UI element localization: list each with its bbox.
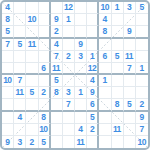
cell-r11c11[interactable] xyxy=(124,124,136,136)
cell-r10c2[interactable]: 4 xyxy=(14,112,26,124)
cell-r3c12[interactable] xyxy=(136,26,148,38)
cell-r8c4[interactable]: 2 xyxy=(39,87,51,99)
cell-r10c4[interactable]: 8 xyxy=(39,112,51,124)
cell-r12c11[interactable] xyxy=(124,136,136,148)
cell-r10c10[interactable] xyxy=(112,112,124,124)
cell-r7c1[interactable]: 10 xyxy=(2,75,14,87)
cell-r12c8[interactable] xyxy=(87,136,99,148)
cell-r6c1[interactable] xyxy=(2,63,14,75)
cell-r12c12[interactable]: 10 xyxy=(136,136,148,148)
cell-r9c7[interactable] xyxy=(75,99,87,111)
cell-r7c3[interactable] xyxy=(26,75,38,87)
cell-r8c1[interactable] xyxy=(2,87,14,99)
cell-r10c11[interactable] xyxy=(124,112,136,124)
cell-r5c4[interactable] xyxy=(39,51,51,63)
cell-r3c5[interactable]: 2 xyxy=(51,26,63,38)
cell-r11c7[interactable]: 4 xyxy=(75,124,87,136)
cell-r10c1[interactable] xyxy=(2,112,14,124)
cell-r8c6[interactable]: 3 xyxy=(63,87,75,99)
cell-r6c7[interactable] xyxy=(75,63,87,75)
cell-r10c5[interactable] xyxy=(51,112,63,124)
cell-r3c11[interactable]: 9 xyxy=(124,26,136,38)
cell-r2c1[interactable]: 8 xyxy=(2,14,14,26)
cell-r11c6[interactable] xyxy=(63,124,75,136)
cell-r11c5[interactable] xyxy=(51,124,63,136)
cell-r6c9[interactable] xyxy=(99,63,111,75)
cell-r4c7[interactable]: 9 xyxy=(75,39,87,51)
cell-r4c3[interactable]: 11 xyxy=(26,39,38,51)
cell-r3c10[interactable] xyxy=(112,26,124,38)
cell-r3c3[interactable] xyxy=(26,26,38,38)
cell-r6c4[interactable]: 6 xyxy=(39,63,51,75)
cell-r4c11[interactable] xyxy=(124,39,136,51)
cell-r9c10[interactable]: 8 xyxy=(112,99,124,111)
cell-r5c7[interactable]: 3 xyxy=(75,51,87,63)
cell-r6c2[interactable] xyxy=(14,63,26,75)
cell-r5c11[interactable]: 11 xyxy=(124,51,136,63)
cell-r9c3[interactable] xyxy=(26,99,38,111)
cell-r7c11[interactable] xyxy=(124,75,136,87)
cell-r9c9[interactable] xyxy=(99,99,111,111)
cell-r2c9[interactable]: 4 xyxy=(99,14,111,26)
cell-r7c5[interactable]: 5 xyxy=(51,75,63,87)
cell-r10c9[interactable] xyxy=(99,112,111,124)
cell-r8c12[interactable] xyxy=(136,87,148,99)
cell-r5c1[interactable] xyxy=(2,51,14,63)
cell-r3c9[interactable]: 8 xyxy=(99,26,111,38)
cell-r11c2[interactable] xyxy=(14,124,26,136)
cell-r12c5[interactable] xyxy=(51,136,63,148)
cell-r3c8[interactable] xyxy=(87,26,99,38)
cell-r4c5[interactable]: 4 xyxy=(51,39,63,51)
cell-r5c9[interactable]: 6 xyxy=(99,51,111,63)
cell-r12c7[interactable]: 11 xyxy=(75,136,87,148)
cell-r8c7[interactable]: 1 xyxy=(75,87,87,99)
cell-r4c2[interactable]: 5 xyxy=(14,39,26,51)
cell-r9c5[interactable] xyxy=(51,99,63,111)
cell-r1c7[interactable] xyxy=(75,2,87,14)
cell-r5c10[interactable]: 5 xyxy=(112,51,124,63)
cell-r6c12[interactable]: 1 xyxy=(136,63,148,75)
cell-r6c8[interactable]: 12 xyxy=(87,63,99,75)
cell-r10c12[interactable]: 9 xyxy=(136,112,148,124)
cell-r11c1[interactable] xyxy=(2,124,14,136)
cell-r12c4[interactable]: 5 xyxy=(39,136,51,148)
cell-r7c8[interactable]: 4 xyxy=(87,75,99,87)
cell-r7c10[interactable] xyxy=(112,75,124,87)
cell-r10c6[interactable] xyxy=(63,112,75,124)
cell-r3c6[interactable] xyxy=(63,26,75,38)
cell-r7c9[interactable]: 1 xyxy=(99,75,111,87)
cell-r7c2[interactable]: 7 xyxy=(14,75,26,87)
cell-r9c8[interactable]: 6 xyxy=(87,99,99,111)
cell-r5c2[interactable] xyxy=(14,51,26,63)
cell-r1c2[interactable] xyxy=(14,2,26,14)
cell-r12c3[interactable]: 2 xyxy=(26,136,38,148)
cell-r8c2[interactable]: 11 xyxy=(14,87,26,99)
cell-r12c1[interactable]: 9 xyxy=(2,136,14,148)
cell-r8c8[interactable]: 9 xyxy=(87,87,99,99)
cell-r7c7[interactable] xyxy=(75,75,87,87)
cell-r1c10[interactable]: 1 xyxy=(112,2,124,14)
cell-r1c5[interactable] xyxy=(51,2,63,14)
cell-r6c3[interactable] xyxy=(26,63,38,75)
cell-r2c10[interactable] xyxy=(112,14,124,26)
cell-r7c12[interactable] xyxy=(136,75,148,87)
cell-r12c9[interactable] xyxy=(99,136,111,148)
cell-r7c4[interactable] xyxy=(39,75,51,87)
cell-r3c2[interactable] xyxy=(14,26,26,38)
cell-r12c2[interactable]: 3 xyxy=(14,136,26,148)
cell-r9c4[interactable] xyxy=(39,99,51,111)
cell-r3c7[interactable] xyxy=(75,26,87,38)
cell-r5c12[interactable] xyxy=(136,51,148,63)
cell-r4c9[interactable] xyxy=(99,39,111,51)
cell-r11c8[interactable]: 2 xyxy=(87,124,99,136)
cell-r4c6[interactable] xyxy=(63,39,75,51)
cell-r5c5[interactable]: 7 xyxy=(51,51,63,63)
cell-r1c3[interactable] xyxy=(26,2,38,14)
cell-r5c6[interactable]: 2 xyxy=(63,51,75,63)
cell-r1c4[interactable] xyxy=(39,2,51,14)
cell-r8c5[interactable]: 8 xyxy=(51,87,63,99)
cell-r3c4[interactable] xyxy=(39,26,51,38)
cell-r11c12[interactable]: 7 xyxy=(136,124,148,136)
cell-r11c3[interactable] xyxy=(26,124,38,136)
cell-r4c4[interactable] xyxy=(39,39,51,51)
cell-r8c11[interactable] xyxy=(124,87,136,99)
sudoku-grid: 4121013581091452897511497231651161112711… xyxy=(2,2,148,148)
cell-r4c12[interactable] xyxy=(136,39,148,51)
cell-r3c1[interactable]: 5 xyxy=(2,26,14,38)
cell-r4c10[interactable] xyxy=(112,39,124,51)
cell-r11c9[interactable] xyxy=(99,124,111,136)
cell-r2c5[interactable]: 9 xyxy=(51,14,63,26)
sudoku-board: 4121013581091452897511497231651161112711… xyxy=(0,0,150,150)
cell-r5c8[interactable]: 1 xyxy=(87,51,99,63)
cell-r10c8[interactable]: 5 xyxy=(87,112,99,124)
cell-r1c8[interactable] xyxy=(87,2,99,14)
cell-r7c6[interactable] xyxy=(63,75,75,87)
cell-r2c12[interactable] xyxy=(136,14,148,26)
cell-r10c7[interactable] xyxy=(75,112,87,124)
cell-r6c6[interactable] xyxy=(63,63,75,75)
cell-r9c11[interactable]: 5 xyxy=(124,99,136,111)
cell-r1c1[interactable]: 4 xyxy=(2,2,14,14)
cell-r9c1[interactable] xyxy=(2,99,14,111)
cell-r2c7[interactable] xyxy=(75,14,87,26)
cell-r8c9[interactable] xyxy=(99,87,111,99)
cell-r1c6[interactable]: 12 xyxy=(63,2,75,14)
cell-r10c3[interactable] xyxy=(26,112,38,124)
cell-r9c2[interactable] xyxy=(14,99,26,111)
cell-r2c6[interactable]: 1 xyxy=(63,14,75,26)
cell-r2c8[interactable] xyxy=(87,14,99,26)
cell-r9c12[interactable]: 2 xyxy=(136,99,148,111)
cell-r2c11[interactable] xyxy=(124,14,136,26)
cell-r12c10[interactable] xyxy=(112,136,124,148)
cell-r8c3[interactable]: 5 xyxy=(26,87,38,99)
cell-r6c11[interactable]: 7 xyxy=(124,63,136,75)
cell-r6c5[interactable]: 11 xyxy=(51,63,63,75)
cell-r4c8[interactable] xyxy=(87,39,99,51)
cell-r8c10[interactable] xyxy=(112,87,124,99)
cell-r12c6[interactable] xyxy=(63,136,75,148)
cell-r2c4[interactable] xyxy=(39,14,51,26)
cell-r2c3[interactable]: 10 xyxy=(26,14,38,26)
cell-r1c11[interactable]: 3 xyxy=(124,2,136,14)
cell-r1c12[interactable]: 5 xyxy=(136,2,148,14)
cell-r4c1[interactable]: 7 xyxy=(2,39,14,51)
cell-r6c10[interactable] xyxy=(112,63,124,75)
cell-r9c6[interactable]: 7 xyxy=(63,99,75,111)
cell-r11c4[interactable]: 10 xyxy=(39,124,51,136)
cell-r1c9[interactable]: 10 xyxy=(99,2,111,14)
cell-r2c2[interactable] xyxy=(14,14,26,26)
cell-r5c3[interactable] xyxy=(26,51,38,63)
cell-r11c10[interactable]: 11 xyxy=(112,124,124,136)
